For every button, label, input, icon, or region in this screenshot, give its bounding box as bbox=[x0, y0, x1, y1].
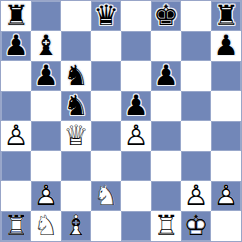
square-e8[interactable] bbox=[121, 1, 151, 31]
piece-white-rook[interactable]: ♜♖ bbox=[1, 211, 31, 241]
square-a8[interactable]: ♜ bbox=[1, 1, 31, 31]
square-h8[interactable]: ♜ bbox=[211, 1, 241, 31]
white-piece-outline-glyph: ♙ bbox=[31, 181, 61, 211]
white-piece-outline-glyph: ♙ bbox=[1, 121, 31, 151]
square-f8[interactable]: ♚ bbox=[151, 1, 181, 31]
square-d7[interactable] bbox=[91, 31, 121, 61]
square-e2[interactable] bbox=[121, 181, 151, 211]
square-f1[interactable]: ♜♖ bbox=[151, 211, 181, 241]
square-c2[interactable] bbox=[61, 181, 91, 211]
square-g7[interactable] bbox=[181, 31, 211, 61]
piece-black-knight[interactable]: ♞ bbox=[61, 91, 91, 121]
square-d8[interactable]: ♛ bbox=[91, 1, 121, 31]
piece-black-pawn[interactable]: ♟ bbox=[31, 61, 61, 91]
square-d2[interactable]: ♞♘ bbox=[91, 181, 121, 211]
square-b6[interactable]: ♟ bbox=[31, 61, 61, 91]
piece-white-pawn[interactable]: ♟♙ bbox=[1, 121, 31, 151]
square-d4[interactable] bbox=[91, 121, 121, 151]
square-g5[interactable] bbox=[181, 91, 211, 121]
square-e6[interactable] bbox=[121, 61, 151, 91]
square-h3[interactable] bbox=[211, 151, 241, 181]
square-c1[interactable]: ♝♗ bbox=[61, 211, 91, 241]
white-piece-outline-glyph: ♘ bbox=[91, 181, 121, 211]
white-piece-outline-glyph: ♔ bbox=[181, 211, 211, 241]
piece-white-rook[interactable]: ♜♖ bbox=[151, 211, 181, 241]
square-e4[interactable]: ♟♙ bbox=[121, 121, 151, 151]
square-f3[interactable] bbox=[151, 151, 181, 181]
square-h2[interactable]: ♟♙ bbox=[211, 181, 241, 211]
square-b3[interactable] bbox=[31, 151, 61, 181]
square-g6[interactable] bbox=[181, 61, 211, 91]
square-a7[interactable]: ♟ bbox=[1, 31, 31, 61]
square-g4[interactable] bbox=[181, 121, 211, 151]
square-a1[interactable]: ♜♖ bbox=[1, 211, 31, 241]
square-c7[interactable] bbox=[61, 31, 91, 61]
piece-black-pawn[interactable]: ♟ bbox=[151, 61, 181, 91]
white-piece-outline-glyph: ♙ bbox=[121, 121, 151, 151]
square-c5[interactable]: ♞ bbox=[61, 91, 91, 121]
white-piece-outline-glyph: ♖ bbox=[151, 211, 181, 241]
white-piece-outline-glyph: ♙ bbox=[211, 181, 241, 211]
square-e5[interactable]: ♟ bbox=[121, 91, 151, 121]
square-b8[interactable] bbox=[31, 1, 61, 31]
piece-black-rook[interactable]: ♜ bbox=[211, 1, 241, 31]
piece-black-bishop[interactable]: ♝ bbox=[31, 31, 61, 61]
square-c6[interactable]: ♞ bbox=[61, 61, 91, 91]
square-b5[interactable] bbox=[31, 91, 61, 121]
chess-board: ♜♛♚♜♟♝♟♟♞♟♞♟♟♙♛♕♟♙♟♙♞♘♟♙♟♙♜♖♞♘♝♗♜♖♚♔ bbox=[0, 0, 242, 242]
piece-white-pawn[interactable]: ♟♙ bbox=[181, 181, 211, 211]
piece-white-knight[interactable]: ♞♘ bbox=[91, 181, 121, 211]
square-f4[interactable] bbox=[151, 121, 181, 151]
piece-white-bishop[interactable]: ♝♗ bbox=[61, 211, 91, 241]
piece-white-pawn[interactable]: ♟♙ bbox=[121, 121, 151, 151]
square-b1[interactable]: ♞♘ bbox=[31, 211, 61, 241]
square-g8[interactable] bbox=[181, 1, 211, 31]
square-e7[interactable] bbox=[121, 31, 151, 61]
piece-black-knight[interactable]: ♞ bbox=[61, 61, 91, 91]
square-a2[interactable] bbox=[1, 181, 31, 211]
square-d6[interactable] bbox=[91, 61, 121, 91]
square-d5[interactable] bbox=[91, 91, 121, 121]
square-a4[interactable]: ♟♙ bbox=[1, 121, 31, 151]
piece-white-knight[interactable]: ♞♘ bbox=[31, 211, 61, 241]
square-f2[interactable] bbox=[151, 181, 181, 211]
piece-white-pawn[interactable]: ♟♙ bbox=[31, 181, 61, 211]
square-b4[interactable] bbox=[31, 121, 61, 151]
square-g2[interactable]: ♟♙ bbox=[181, 181, 211, 211]
piece-black-king[interactable]: ♚ bbox=[151, 1, 181, 31]
square-h7[interactable]: ♟ bbox=[211, 31, 241, 61]
square-h6[interactable] bbox=[211, 61, 241, 91]
square-e3[interactable] bbox=[121, 151, 151, 181]
piece-white-pawn[interactable]: ♟♙ bbox=[211, 181, 241, 211]
piece-white-queen[interactable]: ♛♕ bbox=[61, 121, 91, 151]
piece-black-rook[interactable]: ♜ bbox=[1, 1, 31, 31]
square-f7[interactable] bbox=[151, 31, 181, 61]
square-a3[interactable] bbox=[1, 151, 31, 181]
white-piece-outline-glyph: ♙ bbox=[181, 181, 211, 211]
square-d1[interactable] bbox=[91, 211, 121, 241]
white-piece-outline-glyph: ♖ bbox=[1, 211, 31, 241]
piece-black-pawn[interactable]: ♟ bbox=[211, 31, 241, 61]
white-piece-outline-glyph: ♗ bbox=[61, 211, 91, 241]
square-b7[interactable]: ♝ bbox=[31, 31, 61, 61]
square-b2[interactable]: ♟♙ bbox=[31, 181, 61, 211]
square-d3[interactable] bbox=[91, 151, 121, 181]
square-h4[interactable] bbox=[211, 121, 241, 151]
piece-white-king[interactable]: ♚♔ bbox=[181, 211, 211, 241]
white-piece-outline-glyph: ♘ bbox=[31, 211, 61, 241]
square-c4[interactable]: ♛♕ bbox=[61, 121, 91, 151]
piece-black-queen[interactable]: ♛ bbox=[91, 1, 121, 31]
square-a6[interactable] bbox=[1, 61, 31, 91]
square-c8[interactable] bbox=[61, 1, 91, 31]
square-h1[interactable] bbox=[211, 211, 241, 241]
square-f5[interactable] bbox=[151, 91, 181, 121]
square-c3[interactable] bbox=[61, 151, 91, 181]
piece-black-pawn[interactable]: ♟ bbox=[121, 91, 151, 121]
square-a5[interactable] bbox=[1, 91, 31, 121]
square-f6[interactable]: ♟ bbox=[151, 61, 181, 91]
white-piece-outline-glyph: ♕ bbox=[61, 121, 91, 151]
square-g3[interactable] bbox=[181, 151, 211, 181]
piece-black-pawn[interactable]: ♟ bbox=[1, 31, 31, 61]
square-e1[interactable] bbox=[121, 211, 151, 241]
square-g1[interactable]: ♚♔ bbox=[181, 211, 211, 241]
square-h5[interactable] bbox=[211, 91, 241, 121]
